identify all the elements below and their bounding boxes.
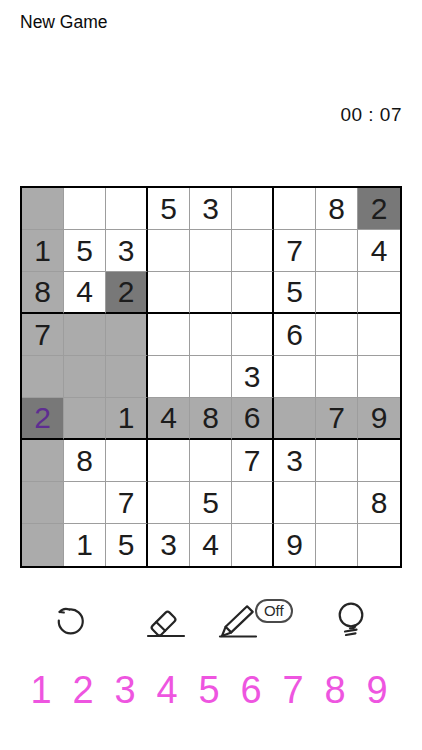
cell-r7c5[interactable]: [232, 482, 274, 524]
cell-r2c2[interactable]: 2: [106, 272, 148, 314]
cell-r8c1[interactable]: 1: [64, 524, 106, 566]
cell-r1c5[interactable]: [232, 230, 274, 272]
cell-r5c1[interactable]: [64, 398, 106, 440]
cell-r6c2[interactable]: [106, 440, 148, 482]
cell-r6c6[interactable]: 3: [274, 440, 316, 482]
undo-icon: [50, 601, 92, 643]
pencil-off-badge: Off: [255, 599, 293, 623]
toolbar: Off: [24, 594, 398, 650]
cell-r2c4[interactable]: [190, 272, 232, 314]
cell-r6c8[interactable]: [358, 440, 400, 482]
numpad-5[interactable]: 5: [188, 662, 230, 718]
cell-r4c5[interactable]: 3: [232, 356, 274, 398]
numpad-3[interactable]: 3: [104, 662, 146, 718]
cell-r0c2[interactable]: [106, 188, 148, 230]
cell-r1c7[interactable]: [316, 230, 358, 272]
cell-r0c5[interactable]: [232, 188, 274, 230]
cell-r2c1[interactable]: 4: [64, 272, 106, 314]
pencil-button[interactable]: Off: [211, 594, 305, 650]
numpad-9[interactable]: 9: [356, 662, 398, 718]
timer: 00 : 07: [340, 104, 402, 126]
numpad-8[interactable]: 8: [314, 662, 356, 718]
numpad-7[interactable]: 7: [272, 662, 314, 718]
cell-r1c4[interactable]: [190, 230, 232, 272]
cell-r7c6[interactable]: [274, 482, 316, 524]
new-game-button[interactable]: New Game: [20, 12, 108, 33]
cell-r3c0[interactable]: 7: [22, 314, 64, 356]
cell-r5c6[interactable]: [274, 398, 316, 440]
cell-r4c1[interactable]: [64, 356, 106, 398]
cell-r8c8[interactable]: [358, 524, 400, 566]
cell-r3c2[interactable]: [106, 314, 148, 356]
cell-r5c2[interactable]: 1: [106, 398, 148, 440]
cell-r8c0[interactable]: [22, 524, 64, 566]
cell-r3c8[interactable]: [358, 314, 400, 356]
cell-r0c0[interactable]: [22, 188, 64, 230]
cell-r0c7[interactable]: 8: [316, 188, 358, 230]
cell-r2c3[interactable]: [148, 272, 190, 314]
numpad-2[interactable]: 2: [62, 662, 104, 718]
cell-r6c4[interactable]: [190, 440, 232, 482]
cell-r0c4[interactable]: 3: [190, 188, 232, 230]
cell-r2c8[interactable]: [358, 272, 400, 314]
cell-r7c4[interactable]: 5: [190, 482, 232, 524]
cell-r2c7[interactable]: [316, 272, 358, 314]
cell-r8c6[interactable]: 9: [274, 524, 316, 566]
cell-r7c8[interactable]: 8: [358, 482, 400, 524]
cell-r0c3[interactable]: 5: [148, 188, 190, 230]
cell-r2c5[interactable]: [232, 272, 274, 314]
cell-r1c8[interactable]: 4: [358, 230, 400, 272]
cell-r8c3[interactable]: 3: [148, 524, 190, 566]
cell-r1c1[interactable]: 5: [64, 230, 106, 272]
cell-r4c3[interactable]: [148, 356, 190, 398]
undo-button[interactable]: [24, 594, 118, 650]
cell-r4c4[interactable]: [190, 356, 232, 398]
numpad-6[interactable]: 6: [230, 662, 272, 718]
cell-r3c5[interactable]: [232, 314, 274, 356]
cell-r7c3[interactable]: [148, 482, 190, 524]
cell-r7c1[interactable]: [64, 482, 106, 524]
cell-r1c0[interactable]: 1: [22, 230, 64, 272]
cell-r6c1[interactable]: 8: [64, 440, 106, 482]
cell-r3c4[interactable]: [190, 314, 232, 356]
cell-r5c4[interactable]: 8: [190, 398, 232, 440]
cell-r6c5[interactable]: 7: [232, 440, 274, 482]
sudoku-board[interactable]: 5382153748425763214867987375815349: [20, 186, 402, 568]
cell-r5c5[interactable]: 6: [232, 398, 274, 440]
eraser-icon: [141, 601, 187, 643]
cell-r0c8[interactable]: 2: [358, 188, 400, 230]
cell-r8c5[interactable]: [232, 524, 274, 566]
cell-r3c3[interactable]: [148, 314, 190, 356]
cell-r4c7[interactable]: [316, 356, 358, 398]
cell-r3c7[interactable]: [316, 314, 358, 356]
cell-r2c6[interactable]: 5: [274, 272, 316, 314]
cell-r4c0[interactable]: [22, 356, 64, 398]
cell-r1c2[interactable]: 3: [106, 230, 148, 272]
cell-r3c6[interactable]: 6: [274, 314, 316, 356]
cell-r1c6[interactable]: 7: [274, 230, 316, 272]
numpad-4[interactable]: 4: [146, 662, 188, 718]
cell-r3c1[interactable]: [64, 314, 106, 356]
cell-r5c3[interactable]: 4: [148, 398, 190, 440]
cell-r7c2[interactable]: 7: [106, 482, 148, 524]
erase-button[interactable]: [118, 594, 212, 650]
cell-r2c0[interactable]: 8: [22, 272, 64, 314]
cell-r6c0[interactable]: [22, 440, 64, 482]
cell-r0c6[interactable]: [274, 188, 316, 230]
cell-r4c2[interactable]: [106, 356, 148, 398]
cell-r5c8[interactable]: 9: [358, 398, 400, 440]
numpad-1[interactable]: 1: [20, 662, 62, 718]
cell-r1c3[interactable]: [148, 230, 190, 272]
cell-r4c6[interactable]: [274, 356, 316, 398]
hint-button[interactable]: [305, 594, 399, 650]
cell-r8c2[interactable]: 5: [106, 524, 148, 566]
cell-r5c0[interactable]: 2: [22, 398, 64, 440]
cell-r7c7[interactable]: [316, 482, 358, 524]
cell-r8c7[interactable]: [316, 524, 358, 566]
lightbulb-icon: [330, 600, 372, 644]
number-pad: 1 2 3 4 5 6 7 8 9: [20, 662, 398, 718]
cell-r6c3[interactable]: [148, 440, 190, 482]
cell-r6c7[interactable]: [316, 440, 358, 482]
cell-r8c4[interactable]: 4: [190, 524, 232, 566]
cell-r5c7[interactable]: 7: [316, 398, 358, 440]
cell-r4c8[interactable]: [358, 356, 400, 398]
cell-r7c0[interactable]: [22, 482, 64, 524]
cell-r0c1[interactable]: [64, 188, 106, 230]
